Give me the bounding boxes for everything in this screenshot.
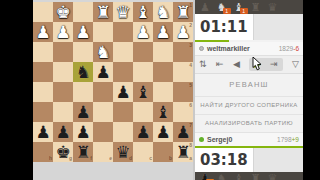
captured-knight-icon: ♞1 [217,1,227,14]
square-c8[interactable]: c [133,142,153,162]
rank-label: 5 [189,83,192,88]
square-a4[interactable]: 4 [173,62,193,82]
file-label: g [69,156,72,161]
captured-count-badge: 2 [206,179,214,180]
square-h2[interactable]: ♟ [33,22,53,42]
white-pawn-b2: ♟ [153,22,173,42]
square-b7[interactable]: ♟ [153,122,173,142]
bottom-player-name: Sergej0 [207,136,232,143]
square-c3[interactable] [133,42,153,62]
rank-label: 3 [189,43,192,48]
square-c7[interactable]: ♟ [133,122,153,142]
black-pawn-g7: ♟ [53,122,73,142]
square-a1[interactable]: ♜1 [173,2,193,22]
rematch-button[interactable]: РЕВАНШ [195,74,303,97]
square-b3[interactable] [153,42,173,62]
file-label: d [129,156,132,161]
file-label: f [90,156,92,161]
white-knight-e3: ♞ [93,42,113,62]
square-g7[interactable]: ♟ [53,122,73,142]
black-bishop-c5: ♝ [133,82,153,102]
square-h5[interactable] [33,82,53,102]
top-player-name: weltmarkiller [207,45,250,52]
captured-count-badge: 1 [240,8,248,14]
analyze-game-button[interactable]: АНАЛИЗИРОВАТЬ ПАРТИЮ [195,115,303,133]
black-pawn-d5: ♟ [113,82,133,102]
black-pawn-c7: ♟ [133,122,153,142]
square-a2[interactable]: ♟2 [173,22,193,42]
file-label: a [189,156,192,161]
square-h1[interactable] [33,2,53,22]
white-pawn-f2: ♟ [73,22,93,42]
bottom-player-row[interactable]: Sergej0 1798+9 [195,133,303,146]
square-g6[interactable] [53,102,73,122]
file-label: e [109,156,112,161]
white-queen-d1: ♛ [113,2,133,22]
black-bishop-b6: ♝ [153,102,173,122]
black-pawn-f6: ♟ [73,102,93,122]
captured-pawn-icon: ♟2 [200,172,210,180]
bottom-player-rating-value: 1798 [277,136,291,143]
square-a3[interactable]: 3 [173,42,193,62]
top-player-rating-change: -6 [293,45,299,52]
captured-knight-icon: ♞ [217,172,227,180]
square-d2[interactable] [113,22,133,42]
square-e6[interactable] [93,102,113,122]
rank-label: 6 [189,103,192,108]
captured-queen-icon: ♛ [268,1,278,14]
square-f1[interactable] [73,2,93,22]
square-d1[interactable]: ♛ [113,2,133,22]
rank-label: 1 [189,3,192,8]
file-label: b [169,156,172,161]
square-g3[interactable] [53,42,73,62]
square-d3[interactable] [113,42,133,62]
square-f7[interactable]: ♟ [73,122,93,142]
captured-rook-icon: ♜ [251,172,261,180]
square-g8[interactable]: ♚g [53,142,73,162]
bottom-player-rating-change: +9 [292,136,299,143]
square-d7[interactable] [113,122,133,142]
square-c2[interactable]: ♟ [133,22,153,42]
white-knight-b1: ♞ [153,2,173,22]
square-h3[interactable] [33,42,53,62]
square-g2[interactable]: ♟ [53,22,73,42]
square-c1[interactable]: ♝ [133,2,153,22]
square-h8[interactable]: h [33,142,53,162]
square-b1[interactable]: ♞ [153,2,173,22]
square-c6[interactable] [133,102,153,122]
top-clock-row: 01:11 [195,14,303,40]
square-b8[interactable]: b [153,142,173,162]
board-area: ♚♜♛♝♞♜1♟♟♟♟♟♟2♞3♞♟4♟♝5♟♝6♟♟♟♟♟♟7h♚g♜fe♛d… [33,0,193,180]
captured-count-badge: 1 [223,8,231,14]
square-d8[interactable]: ♛d [113,142,133,162]
square-f5[interactable] [73,82,93,102]
captured-bishop-icon: ♝ [234,172,244,180]
file-label: h [49,156,52,161]
top-player-rating: 1829-6 [279,45,299,52]
black-pawn-e4: ♟ [93,62,113,82]
square-f3[interactable] [73,42,93,62]
square-h6[interactable] [33,102,53,122]
square-e8[interactable]: e [93,142,113,162]
app-root: { "game": "chess", "position": { "fen": … [0,0,320,180]
square-e4[interactable]: ♟ [93,62,113,82]
presence-dot-offline [199,46,204,51]
rank-label: 4 [189,63,192,68]
bottom-clock-row: 03:18 [195,148,303,172]
bottom-clock: 03:18 [195,148,254,172]
black-pawn-f7: ♟ [73,122,93,142]
square-b5[interactable] [153,82,173,102]
rank-label: 2 [189,23,192,28]
next-move-button[interactable]: ▶ [254,58,261,71]
square-d4[interactable] [113,62,133,82]
flip-board-icon[interactable]: ⇅ [199,58,207,71]
square-c4[interactable] [133,62,153,82]
square-e5[interactable] [93,82,113,102]
square-a6[interactable]: 6 [173,102,193,122]
black-pawn-h7: ♟ [33,122,53,142]
bottom-captured-tray: ♟2♞♝♜♛ [195,172,303,180]
top-player-rating-value: 1829 [279,45,293,52]
square-c5[interactable]: ♝ [133,82,153,102]
square-e1[interactable]: ♜ [93,2,113,22]
new-opponent-button[interactable]: НАЙТИ ДРУГОГО СОПЕРНИКА [195,97,303,115]
white-pawn-c2: ♟ [133,22,153,42]
captured-rook-icon: ♜ [251,1,261,14]
white-bishop-c1: ♝ [133,2,153,22]
presence-dot-online [199,137,204,142]
square-a5[interactable]: 5 [173,82,193,102]
square-h7[interactable]: ♟ [33,122,53,142]
square-b6[interactable]: ♝ [153,102,173,122]
replay-toolbar: ⇅ ⇤ ◀ ▶ ⇥ ▽ [195,55,303,74]
square-g4[interactable] [53,62,73,82]
white-pawn-g2: ♟ [53,22,73,42]
captured-bishop-icon: ♝1 [234,1,244,14]
top-clock: 01:11 [195,14,254,40]
white-pawn-h2: ♟ [33,22,53,42]
square-f4[interactable]: ♞ [73,62,93,82]
square-g1[interactable]: ♚ [53,2,73,22]
white-rook-e1: ♜ [93,2,113,22]
black-knight-f4: ♞ [73,62,93,82]
square-g5[interactable] [53,82,73,102]
square-b4[interactable] [153,62,173,82]
analysis-icon[interactable]: ▽ [292,58,299,71]
captured-queen-icon: ♛ [268,172,278,180]
prev-move-button[interactable]: ◀ [233,58,240,71]
square-e3[interactable]: ♞ [93,42,113,62]
rank-label: 8 [189,143,192,148]
file-label: c [149,156,152,161]
square-d6[interactable] [113,102,133,122]
square-a8[interactable]: ♜8a [173,142,193,162]
captured-pawn-icon: ♟ [200,1,210,14]
square-f8[interactable]: ♜f [73,142,93,162]
square-e7[interactable] [93,122,113,142]
side-panel: ♟♞1♝1♜♛ 01:11 weltmarkiller 1829-6 ⇅ ⇤ ◀… [193,0,303,180]
move-nav-group: ▶ ⇥ [249,58,282,71]
black-pawn-b7: ♟ [153,122,173,142]
top-captured-tray: ♟♞1♝1♜♛ [195,0,303,14]
square-d5[interactable]: ♟ [113,82,133,102]
square-f6[interactable]: ♟ [73,102,93,122]
square-e2[interactable] [93,22,113,42]
square-a7[interactable]: ♟7 [173,122,193,142]
first-move-button[interactable]: ⇤ [216,58,224,71]
square-b2[interactable]: ♟ [153,22,173,42]
white-king-g1: ♚ [53,2,73,22]
square-h4[interactable] [33,62,53,82]
rank-label: 7 [189,123,192,128]
top-player-row[interactable]: weltmarkiller 1829-6 [195,42,303,55]
last-move-button[interactable]: ⇥ [270,58,278,71]
chess-board[interactable]: ♚♜♛♝♞♜1♟♟♟♟♟♟2♞3♞♟4♟♝5♟♝6♟♟♟♟♟♟7h♚g♜fe♛d… [33,2,193,162]
square-f2[interactable]: ♟ [73,22,93,42]
bottom-player-rating: 1798+9 [277,136,299,143]
